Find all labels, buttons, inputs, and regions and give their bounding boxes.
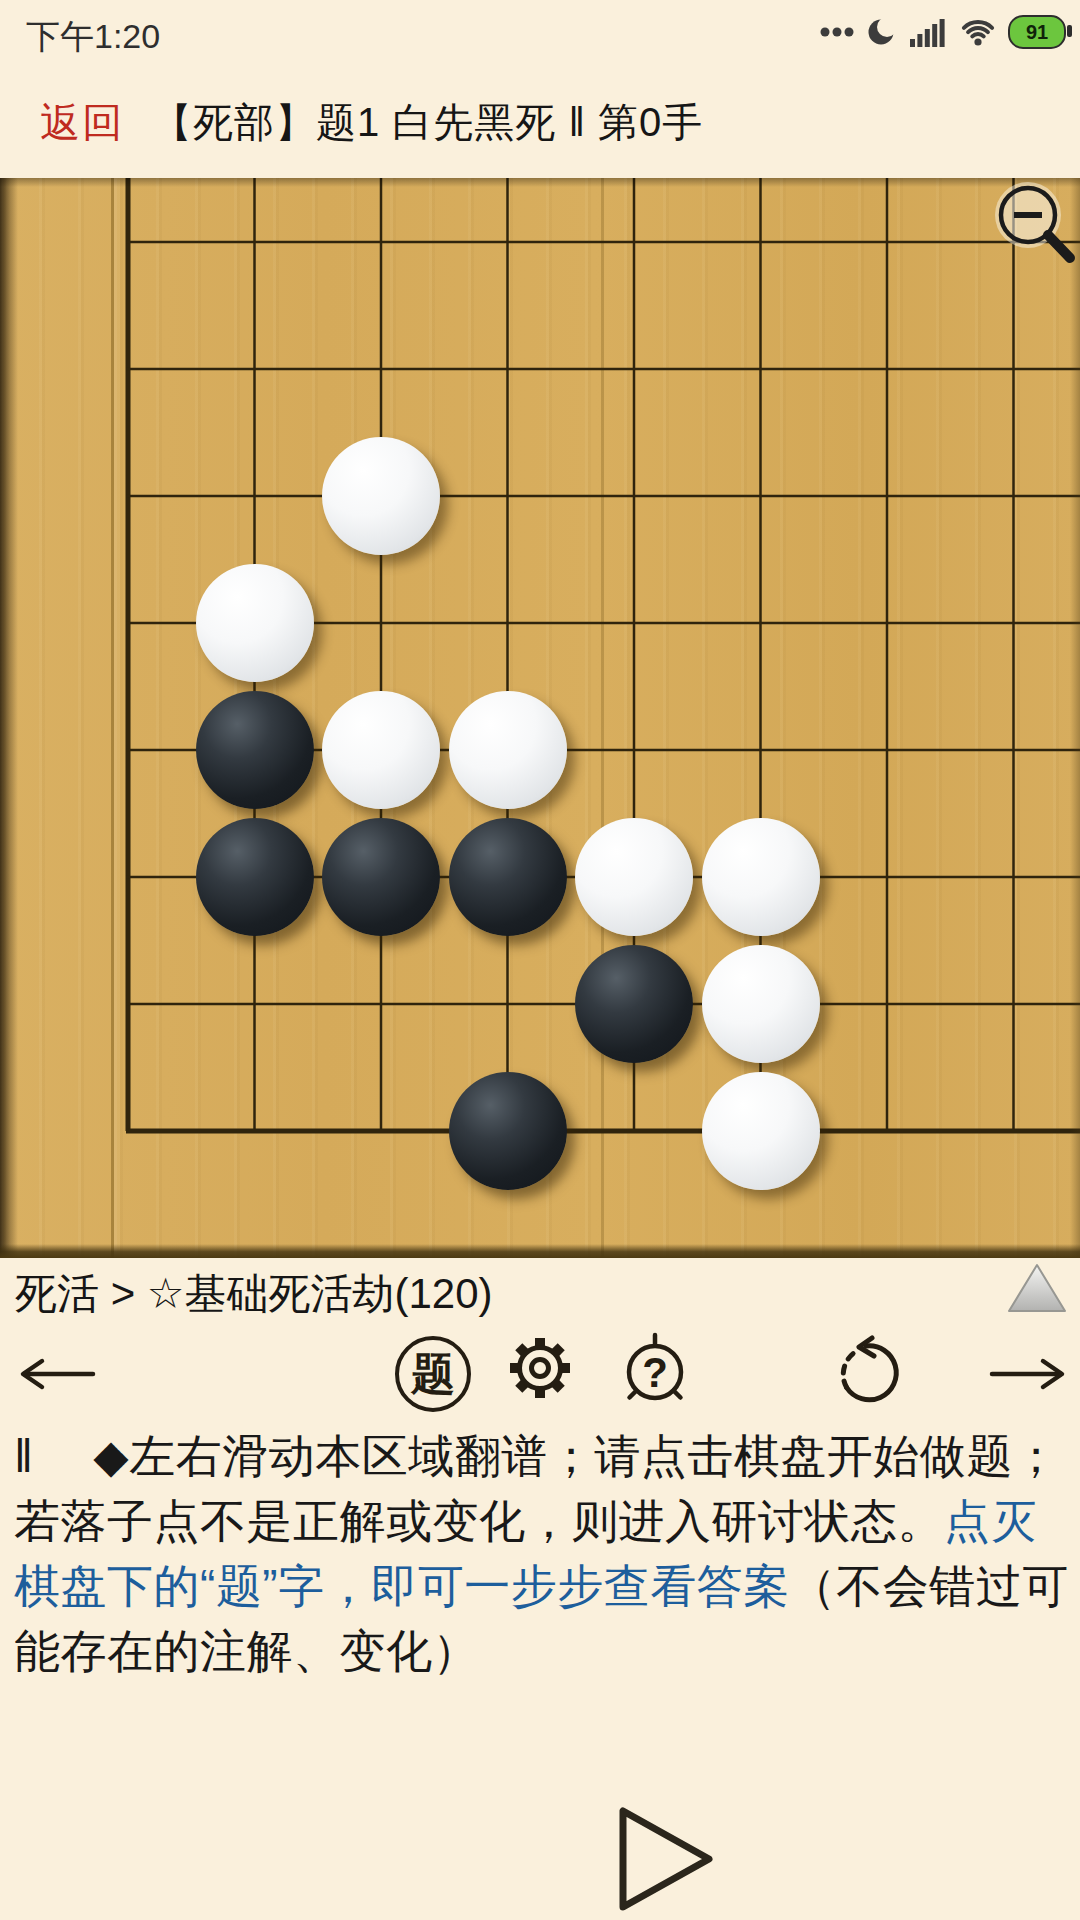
white-stone (196, 564, 314, 682)
play-button[interactable] (603, 1797, 723, 1920)
reset-replay-icon[interactable] (832, 1334, 908, 1410)
page-title: 【死部】题1 白先黑死 ‖ 第0手 (152, 95, 703, 150)
prev-move-button[interactable] (17, 1356, 99, 1392)
app-screen: 下午1:20 91 (0, 0, 1080, 1920)
problem-badge-button[interactable]: 题 (395, 1336, 471, 1412)
black-stone (449, 818, 567, 936)
back-button[interactable]: 返回 (40, 95, 124, 150)
black-stone (575, 945, 693, 1063)
white-stone (702, 1072, 820, 1190)
breadcrumb-bar: 死活 > ☆基础死活劫(120) (0, 1258, 1080, 1320)
board-bottom-edge (0, 1244, 1080, 1258)
dnd-moon-icon (866, 16, 898, 48)
svg-text:?: ? (642, 1349, 668, 1396)
white-stone (322, 691, 440, 809)
white-stone (322, 437, 440, 555)
board-right-edge (1070, 178, 1080, 1258)
battery-indicator: 91 (1008, 15, 1066, 49)
status-bar: 下午1:20 91 (0, 0, 1080, 60)
white-stone (702, 945, 820, 1063)
white-stone (449, 691, 567, 809)
board-left-edge (0, 178, 18, 1258)
white-stone (575, 818, 693, 936)
board-top-shadow (0, 178, 1080, 187)
more-dots-icon (820, 26, 854, 38)
signal-icon (910, 17, 948, 47)
zoom-out-icon[interactable] (990, 178, 1080, 270)
white-stone (702, 818, 820, 936)
black-stone (449, 1072, 567, 1190)
battery-percent: 91 (1026, 22, 1048, 42)
gear-icon[interactable] (504, 1332, 576, 1404)
problem-badge-label: 题 (411, 1345, 455, 1404)
black-stone (196, 818, 314, 936)
black-stone (196, 691, 314, 809)
status-time: 下午1:20 (26, 14, 160, 60)
next-move-button[interactable] (986, 1356, 1068, 1392)
title-bar: 返回 【死部】题1 白先黑死 ‖ 第0手 (0, 92, 1080, 152)
collapse-handle-icon[interactable] (1006, 1262, 1068, 1314)
breadcrumb[interactable]: 死活 > ☆基础死活劫(120) (15, 1266, 493, 1322)
battery-nub (1067, 25, 1072, 37)
wifi-icon (960, 17, 996, 47)
go-board[interactable] (0, 178, 1080, 1258)
help-icon[interactable]: ? (617, 1330, 693, 1410)
help-segment-1: ‖ ◆左右滑动本区域翻谱；请点击棋盘开始做题；若落子点不是正解或变化，则进入研讨… (14, 1430, 1059, 1547)
black-stone (322, 818, 440, 936)
help-text: ‖ ◆左右滑动本区域翻谱；请点击棋盘开始做题；若落子点不是正解或变化，则进入研讨… (14, 1424, 1070, 1684)
toolbar: 题 ? (0, 1330, 1080, 1420)
status-icons: 91 (820, 14, 1066, 50)
